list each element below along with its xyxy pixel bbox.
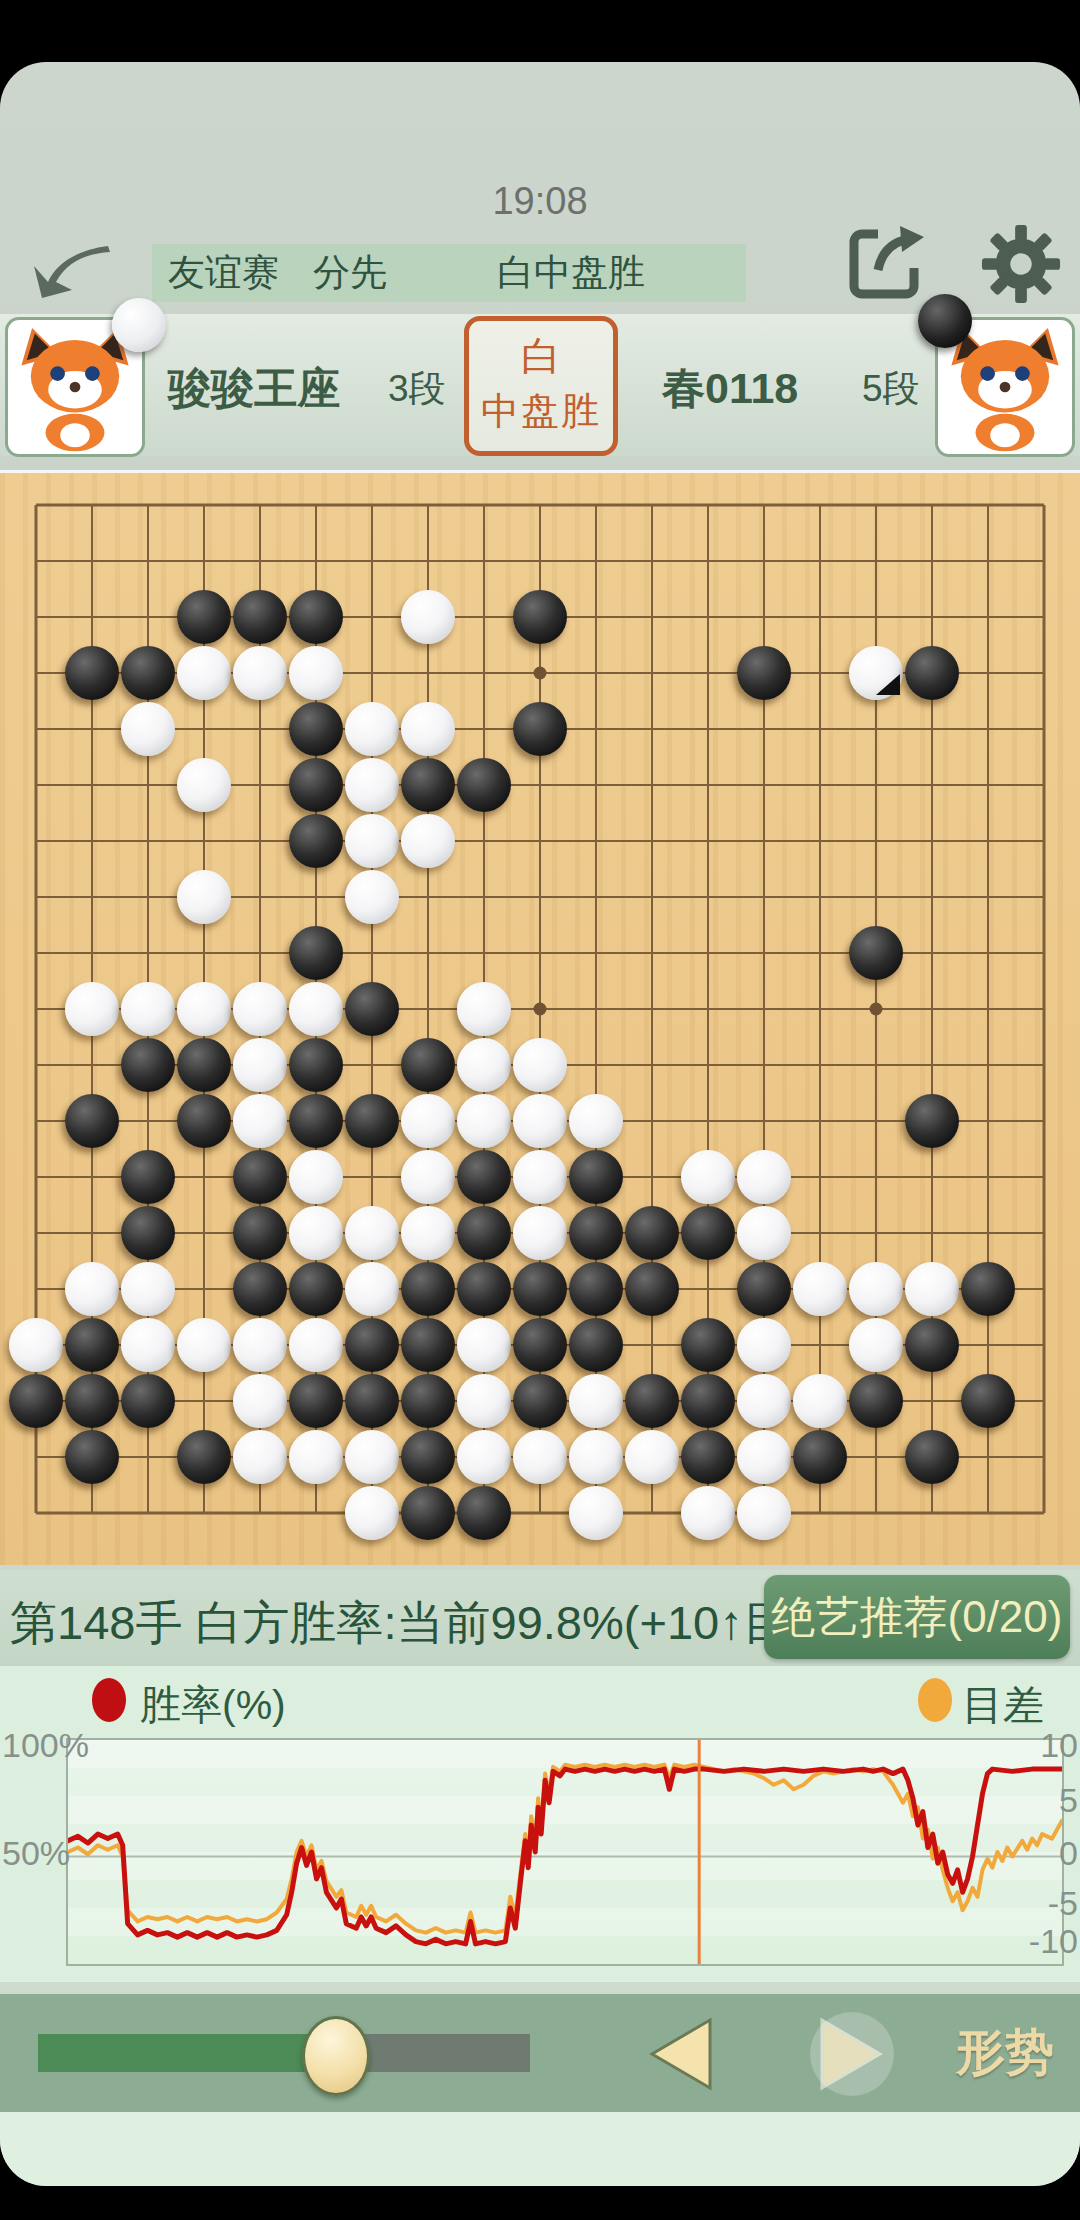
chart-legend: 胜率(%) 目差(目) — [0, 1666, 1080, 1732]
y-axis-right-label: -10 — [1029, 1922, 1078, 1961]
white-stone — [345, 1486, 399, 1540]
white-stone — [177, 870, 231, 924]
white-stone — [569, 1374, 623, 1428]
black-stone — [569, 1262, 623, 1316]
black-stone — [401, 1486, 455, 1540]
y-axis-left-label: 50% — [2, 1834, 70, 1873]
chart-plot-area — [66, 1738, 1064, 1966]
black-stone — [513, 1318, 567, 1372]
white-stone — [233, 646, 287, 700]
black-stone — [289, 1038, 343, 1092]
white-stone — [289, 982, 343, 1036]
winrate-chart: 100%50%1050-5-10 — [0, 1732, 1080, 1982]
left-player-name: 骏骏王座 — [168, 360, 340, 418]
white-stone — [121, 702, 175, 756]
black-stone — [121, 1206, 175, 1260]
white-stone — [513, 1038, 567, 1092]
black-stone — [401, 1262, 455, 1316]
black-stone — [121, 646, 175, 700]
winrate-legend-dot — [92, 1678, 126, 1722]
black-stone — [849, 1374, 903, 1428]
white-stone — [345, 1430, 399, 1484]
black-stone — [793, 1430, 847, 1484]
white-stone — [737, 1430, 791, 1484]
star-point — [534, 667, 547, 680]
white-stone — [513, 1094, 567, 1148]
black-stone — [345, 1094, 399, 1148]
black-stone — [9, 1374, 63, 1428]
black-stone — [177, 590, 231, 644]
black-stone — [905, 646, 959, 700]
white-stone — [345, 814, 399, 868]
back-button[interactable] — [20, 220, 116, 312]
result-label: 白中盘胜 — [497, 248, 645, 298]
black-stone — [737, 646, 791, 700]
y-axis-right-label: 0 — [1059, 1834, 1078, 1873]
black-stone — [345, 1374, 399, 1428]
white-stone — [401, 702, 455, 756]
gear-icon — [980, 222, 1062, 306]
black-stone — [65, 1318, 119, 1372]
black-stone — [401, 1374, 455, 1428]
white-stone — [177, 982, 231, 1036]
white-stone — [793, 1374, 847, 1428]
playback-controls: 形势 — [0, 1994, 1080, 2112]
black-stone — [345, 982, 399, 1036]
black-stone — [905, 1094, 959, 1148]
situation-toggle[interactable]: 形势 — [956, 2020, 1054, 2086]
white-stone — [401, 590, 455, 644]
black-stone — [289, 758, 343, 812]
black-stone — [625, 1374, 679, 1428]
black-stone — [569, 1206, 623, 1260]
black-stone — [849, 926, 903, 980]
black-stone — [289, 1374, 343, 1428]
black-stone — [401, 1318, 455, 1372]
black-stone — [401, 1430, 455, 1484]
white-stone — [401, 1150, 455, 1204]
bottom-strip — [0, 2112, 1080, 2186]
ai-suggestion-button[interactable]: 绝艺推荐(0/20) — [764, 1575, 1070, 1659]
white-stone — [793, 1262, 847, 1316]
white-stone — [457, 1038, 511, 1092]
chart-lines — [68, 1740, 1062, 1964]
black-stone — [905, 1430, 959, 1484]
black-stone — [65, 1094, 119, 1148]
white-stone — [737, 1486, 791, 1540]
black-stone — [289, 814, 343, 868]
star-point — [870, 1003, 883, 1016]
white-stone — [289, 646, 343, 700]
status-time: 19:08 — [0, 180, 1080, 223]
white-stone — [233, 1374, 287, 1428]
black-stone — [233, 1150, 287, 1204]
white-stone — [289, 1318, 343, 1372]
white-stone — [457, 1318, 511, 1372]
white-stone — [513, 1150, 567, 1204]
black-stone — [625, 1206, 679, 1260]
black-stone — [737, 1262, 791, 1316]
white-stone — [681, 1486, 735, 1540]
black-stone — [513, 1374, 567, 1428]
right-player-name: 春0118 — [662, 360, 798, 418]
left-player-rank: 3段 — [388, 364, 446, 414]
handicap-label: 分先 — [313, 248, 387, 298]
white-stone — [401, 1206, 455, 1260]
white-stone — [233, 1038, 287, 1092]
white-stone — [233, 982, 287, 1036]
black-stone — [233, 1206, 287, 1260]
white-stone — [569, 1094, 623, 1148]
black-stone — [289, 702, 343, 756]
white-stone — [401, 1094, 455, 1148]
share-button[interactable] — [848, 222, 930, 306]
white-stone — [9, 1318, 63, 1372]
back-arrow-icon — [20, 220, 116, 312]
white-stone — [345, 758, 399, 812]
black-stone — [513, 1262, 567, 1316]
move-winrate-text: 第148手 白方胜率:当前99.8%(+10↑目) — [10, 1592, 805, 1655]
black-stone — [401, 1038, 455, 1092]
white-stone — [625, 1430, 679, 1484]
white-stone — [233, 1318, 287, 1372]
black-stone — [345, 1318, 399, 1372]
app-window: 19:08 友谊赛 分先 白中盘胜 — [0, 62, 1080, 2186]
y-axis-right-label: 5 — [1059, 1781, 1078, 1820]
move-slider-fill — [38, 2034, 333, 2072]
seal-line1: 白 — [469, 329, 613, 384]
black-stone — [681, 1430, 735, 1484]
black-stone — [513, 702, 567, 756]
black-stone — [513, 590, 567, 644]
white-stone — [289, 1206, 343, 1260]
black-stone — [177, 1094, 231, 1148]
white-stone — [905, 1262, 959, 1316]
black-stone — [569, 1318, 623, 1372]
right-player-rank: 5段 — [862, 364, 920, 414]
analysis-info-bar: 第148手 白方胜率:当前99.8%(+10↑目) 绝艺推荐(0/20) — [0, 1570, 1080, 1666]
white-stone — [401, 814, 455, 868]
white-stone — [65, 982, 119, 1036]
white-stone — [457, 982, 511, 1036]
black-stone — [961, 1374, 1015, 1428]
black-stone — [121, 1150, 175, 1204]
white-stone — [737, 1206, 791, 1260]
black-stone — [121, 1374, 175, 1428]
settings-button[interactable] — [980, 222, 1062, 306]
black-stone-badge — [918, 294, 972, 348]
result-seal: 白 中盘胜 — [464, 316, 618, 456]
black-stone — [65, 1430, 119, 1484]
black-stone — [569, 1150, 623, 1204]
white-stone — [233, 1430, 287, 1484]
white-stone — [569, 1486, 623, 1540]
move-slider-track[interactable] — [38, 2034, 530, 2072]
black-stone — [289, 1262, 343, 1316]
white-stone-badge — [112, 298, 166, 352]
white-stone — [177, 758, 231, 812]
white-stone — [737, 1150, 791, 1204]
black-stone — [457, 1150, 511, 1204]
players-bar: 骏骏王座 3段 白 中盘胜 春0118 5段 — [0, 314, 1080, 456]
white-stone — [65, 1262, 119, 1316]
white-stone — [121, 982, 175, 1036]
go-board[interactable] — [0, 470, 1080, 1565]
y-axis-left-label: 100% — [2, 1726, 89, 1765]
white-stone — [681, 1150, 735, 1204]
share-icon — [848, 222, 930, 306]
game-info-strip: 友谊赛 分先 白中盘胜 — [152, 244, 746, 302]
black-stone — [289, 590, 343, 644]
white-stone — [345, 1262, 399, 1316]
white-stone — [849, 1262, 903, 1316]
white-stone — [737, 1374, 791, 1428]
white-stone — [121, 1262, 175, 1316]
white-stone — [513, 1206, 567, 1260]
black-stone — [681, 1318, 735, 1372]
next-button-halo — [810, 2012, 894, 2096]
black-stone — [289, 926, 343, 980]
black-stone — [457, 1486, 511, 1540]
black-stone — [233, 1262, 287, 1316]
y-axis-right-label: 10 — [1040, 1726, 1078, 1765]
black-stone — [65, 1374, 119, 1428]
black-stone — [289, 1094, 343, 1148]
black-stone — [625, 1262, 679, 1316]
black-stone — [65, 646, 119, 700]
previous-move-button[interactable] — [646, 2016, 716, 2092]
white-stone — [457, 1374, 511, 1428]
phone-screen: 19:08 友谊赛 分先 白中盘胜 — [0, 0, 1080, 2220]
tournament-label: 友谊赛 — [168, 248, 279, 298]
seal-line2: 中盘胜 — [469, 386, 613, 437]
white-stone — [345, 870, 399, 924]
white-stone — [177, 1318, 231, 1372]
white-stone — [233, 1094, 287, 1148]
white-stone — [737, 1318, 791, 1372]
star-point — [534, 1003, 547, 1016]
white-stone — [289, 1150, 343, 1204]
y-axis-right-label: -5 — [1048, 1884, 1078, 1923]
white-stone — [569, 1430, 623, 1484]
black-stone — [457, 1262, 511, 1316]
white-stone — [345, 702, 399, 756]
black-stone — [233, 590, 287, 644]
previous-move-icon — [646, 2016, 716, 2092]
white-stone — [345, 1206, 399, 1260]
white-stone — [289, 1430, 343, 1484]
black-stone — [177, 1430, 231, 1484]
white-stone — [849, 646, 903, 700]
move-slider-thumb[interactable] — [302, 2016, 370, 2096]
white-stone — [849, 1318, 903, 1372]
white-stone — [121, 1318, 175, 1372]
white-stone — [513, 1430, 567, 1484]
scorediff-legend-dot — [918, 1678, 952, 1722]
black-stone — [681, 1374, 735, 1428]
white-stone — [177, 646, 231, 700]
black-stone — [401, 758, 455, 812]
last-move-triangle-marker — [876, 674, 900, 695]
winrate-legend-label: 胜率(%) — [140, 1678, 286, 1733]
black-stone — [457, 758, 511, 812]
black-stone — [961, 1262, 1015, 1316]
black-stone — [121, 1038, 175, 1092]
next-move-button[interactable] — [816, 2016, 886, 2092]
black-stone — [905, 1318, 959, 1372]
black-stone — [177, 1038, 231, 1092]
black-stone — [681, 1206, 735, 1260]
white-stone — [457, 1094, 511, 1148]
white-stone — [457, 1430, 511, 1484]
black-stone — [457, 1206, 511, 1260]
